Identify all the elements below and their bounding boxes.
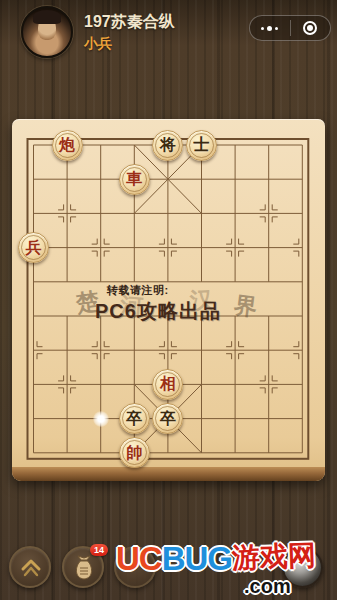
share-globe-button[interactable] bbox=[282, 547, 323, 588]
piece-character: 炮 bbox=[59, 137, 75, 153]
piece-black-advisor[interactable]: 士 bbox=[186, 130, 217, 161]
miniprogram-capsule bbox=[249, 15, 331, 41]
river-label-jie: 界 bbox=[232, 290, 259, 324]
piece-character: 卒 bbox=[160, 411, 176, 427]
exit-button[interactable] bbox=[291, 16, 331, 40]
piece-character: 車 bbox=[126, 171, 142, 187]
piece-character: 士 bbox=[194, 137, 210, 153]
expand-button[interactable] bbox=[9, 546, 51, 588]
move-hint-dot bbox=[93, 411, 109, 427]
piece-character: 兵 bbox=[26, 240, 42, 256]
piece-character: 卒 bbox=[126, 411, 142, 427]
more-icon bbox=[261, 26, 278, 31]
hint-bag-icon bbox=[72, 554, 96, 582]
piece-red-soldier[interactable]: 兵 bbox=[18, 232, 49, 263]
piece-red-cannon[interactable]: 炮 bbox=[52, 130, 83, 161]
app-header: 197苏秦合纵 小兵 bbox=[0, 0, 337, 64]
exit-icon bbox=[303, 21, 317, 35]
piece-red-general[interactable]: 帥 bbox=[119, 437, 150, 468]
piece-black-general[interactable]: 将 bbox=[152, 130, 183, 161]
piece-character: 帥 bbox=[126, 445, 142, 461]
more-button[interactable] bbox=[250, 16, 290, 40]
chevron-up-icon bbox=[20, 558, 42, 578]
logo-bug: BUG bbox=[162, 540, 232, 577]
player-avatar bbox=[21, 6, 73, 58]
level-title: 197苏秦合纵 bbox=[84, 12, 175, 33]
watermark-note-line2: PC6攻略出品 bbox=[95, 298, 221, 325]
watermark-note-line1: 转载请注明: bbox=[107, 283, 221, 298]
logo-com: .com bbox=[244, 575, 291, 598]
hint-bag-button[interactable]: 14 bbox=[62, 546, 104, 588]
coin-button[interactable] bbox=[114, 546, 156, 588]
difficulty-label: 小兵 bbox=[84, 35, 112, 53]
pc6-watermark: 转载请注明: PC6攻略出品 bbox=[95, 283, 221, 325]
piece-red-chariot[interactable]: 車 bbox=[119, 164, 150, 195]
piece-character: 相 bbox=[160, 376, 176, 392]
piece-black-soldier[interactable]: 卒 bbox=[119, 403, 150, 434]
hint-count-badge: 14 bbox=[90, 544, 108, 556]
xiangqi-board[interactable]: 楚 河 汉 界 转载请注明: PC6攻略出品 炮将士車兵相卒卒帥 bbox=[12, 119, 325, 481]
piece-character: 将 bbox=[160, 137, 176, 153]
